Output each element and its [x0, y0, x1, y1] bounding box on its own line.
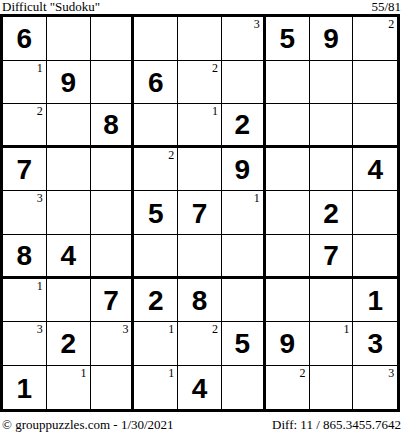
cell-r9c2[interactable]: 1 — [47, 366, 91, 410]
cell-r5c8[interactable]: 2 — [310, 191, 354, 235]
cell-r9c8[interactable] — [310, 366, 354, 410]
cell-r7c6[interactable] — [222, 279, 266, 323]
corner-mark: 3 — [388, 366, 394, 381]
cell-r3c8[interactable] — [310, 104, 354, 148]
given-digit: 7 — [323, 242, 339, 270]
given-digit: 4 — [60, 242, 76, 270]
corner-mark: 2 — [212, 61, 218, 76]
cell-r9c7[interactable]: 2 — [266, 366, 310, 410]
given-digit: 2 — [148, 287, 164, 315]
cell-r7c9[interactable]: 1 — [353, 279, 397, 323]
cell-r3c3[interactable]: 8 — [91, 104, 135, 148]
cell-r6c1[interactable]: 8 — [3, 235, 47, 279]
given-digit: 6 — [17, 25, 33, 53]
given-digit: 9 — [60, 69, 76, 97]
footer: © grouppuzzles.com - 1/30/2021 Diff: 11 … — [0, 418, 403, 432]
corner-mark: 1 — [343, 322, 349, 337]
cell-r5c6[interactable]: 1 — [222, 191, 266, 235]
cell-r8c7[interactable]: 9 — [266, 322, 310, 366]
progress-counter: 55/81 — [371, 0, 401, 13]
cell-r4c6[interactable]: 9 — [222, 148, 266, 192]
corner-mark: 3 — [37, 322, 43, 337]
cell-r5c1[interactable]: 3 — [3, 191, 47, 235]
cell-r6c7[interactable] — [266, 235, 310, 279]
cell-r4c2[interactable] — [47, 148, 91, 192]
sudoku-page: Difficult "Sudoku" 55/81 635921962281272… — [0, 0, 403, 437]
cell-r6c6[interactable] — [222, 235, 266, 279]
corner-mark: 3 — [37, 191, 43, 206]
cell-r9c5[interactable]: 4 — [178, 366, 222, 410]
corner-mark: 1 — [168, 322, 174, 337]
corner-mark: 1 — [37, 61, 43, 76]
cell-r4c9[interactable]: 4 — [353, 148, 397, 192]
corner-mark: 2 — [300, 366, 306, 381]
cell-r1c7[interactable]: 5 — [266, 17, 310, 61]
cell-r6c8[interactable]: 7 — [310, 235, 354, 279]
sudoku-board: 6359219622812729435712847172813231259131… — [0, 14, 400, 412]
cell-r6c9[interactable] — [353, 235, 397, 279]
corner-mark: 2 — [388, 17, 394, 32]
cell-r5c3[interactable] — [91, 191, 135, 235]
cell-r2c1[interactable]: 1 — [3, 61, 47, 105]
cell-r2c9[interactable] — [353, 61, 397, 105]
cell-r8c5[interactable]: 2 — [178, 322, 222, 366]
cell-r1c4[interactable] — [134, 17, 178, 61]
corner-mark: 2 — [168, 148, 174, 163]
given-digit: 5 — [279, 25, 295, 53]
corner-mark: 1 — [81, 366, 87, 381]
cell-r3c2[interactable] — [47, 104, 91, 148]
cell-r8c2[interactable]: 2 — [47, 322, 91, 366]
cell-r8c3[interactable]: 3 — [91, 322, 135, 366]
cell-r5c7[interactable] — [266, 191, 310, 235]
cell-r2c7[interactable] — [266, 61, 310, 105]
cell-r1c3[interactable] — [91, 17, 135, 61]
given-digit: 4 — [367, 156, 383, 184]
cell-r2c5[interactable]: 2 — [178, 61, 222, 105]
cell-r3c4[interactable] — [134, 104, 178, 148]
cell-r1c2[interactable] — [47, 17, 91, 61]
given-digit: 5 — [235, 330, 251, 358]
cell-r4c5[interactable] — [178, 148, 222, 192]
cell-r9c6[interactable] — [222, 366, 266, 410]
cell-r5c2[interactable] — [47, 191, 91, 235]
cell-r3c5[interactable]: 1 — [178, 104, 222, 148]
cell-r4c4[interactable]: 2 — [134, 148, 178, 192]
given-digit: 8 — [17, 242, 33, 270]
cell-r2c4[interactable]: 6 — [134, 61, 178, 105]
cell-r6c4[interactable] — [134, 235, 178, 279]
cell-r6c2[interactable]: 4 — [47, 235, 91, 279]
cell-r3c6[interactable]: 2 — [222, 104, 266, 148]
cell-r7c5[interactable]: 8 — [178, 279, 222, 323]
cell-r7c4[interactable]: 2 — [134, 279, 178, 323]
cell-r6c5[interactable] — [178, 235, 222, 279]
cell-r5c4[interactable]: 5 — [134, 191, 178, 235]
given-digit: 4 — [192, 375, 208, 403]
cell-r5c9[interactable] — [353, 191, 397, 235]
given-digit: 1 — [367, 287, 383, 315]
given-digit: 9 — [235, 156, 251, 184]
cell-r4c7[interactable] — [266, 148, 310, 192]
page-title: Difficult "Sudoku" — [2, 0, 100, 13]
corner-mark: 3 — [254, 17, 260, 32]
cell-r1c1[interactable]: 6 — [3, 17, 47, 61]
given-digit: 2 — [323, 200, 339, 228]
cell-r8c9[interactable]: 3 — [353, 322, 397, 366]
cell-r1c6[interactable]: 3 — [222, 17, 266, 61]
cell-r7c8[interactable] — [310, 279, 354, 323]
given-digit: 1 — [17, 375, 33, 403]
cell-r7c2[interactable] — [47, 279, 91, 323]
given-digit: 2 — [235, 111, 251, 139]
cell-r5c5[interactable]: 7 — [178, 191, 222, 235]
cell-r9c3[interactable] — [91, 366, 135, 410]
cell-r9c1[interactable]: 1 — [3, 366, 47, 410]
given-digit: 7 — [192, 200, 208, 228]
cell-r4c8[interactable] — [310, 148, 354, 192]
cell-r7c7[interactable] — [266, 279, 310, 323]
corner-mark: 3 — [122, 322, 128, 337]
cell-r1c5[interactable] — [178, 17, 222, 61]
cell-r7c1[interactable]: 1 — [3, 279, 47, 323]
cell-r8c1[interactable]: 3 — [3, 322, 47, 366]
given-digit: 8 — [103, 111, 119, 139]
corner-mark: 1 — [212, 104, 218, 119]
corner-mark: 1 — [168, 366, 174, 381]
header: Difficult "Sudoku" 55/81 — [0, 0, 403, 14]
cell-r3c7[interactable] — [266, 104, 310, 148]
difficulty-id: Diff: 11 / 865.3455.7642 — [272, 418, 401, 432]
cell-r2c8[interactable] — [310, 61, 354, 105]
cell-r3c1[interactable]: 2 — [3, 104, 47, 148]
given-digit: 9 — [279, 330, 295, 358]
cell-r1c9[interactable]: 2 — [353, 17, 397, 61]
cell-r9c4[interactable]: 1 — [134, 366, 178, 410]
cell-r7c3[interactable]: 7 — [91, 279, 135, 323]
given-digit: 2 — [60, 330, 76, 358]
cell-r1c8[interactable]: 9 — [310, 17, 354, 61]
copyright-date: © grouppuzzles.com - 1/30/2021 — [2, 418, 174, 432]
cell-r2c2[interactable]: 9 — [47, 61, 91, 105]
corner-mark: 1 — [254, 191, 260, 206]
cell-r2c3[interactable] — [91, 61, 135, 105]
cell-r2c6[interactable] — [222, 61, 266, 105]
cell-r3c9[interactable] — [353, 104, 397, 148]
cell-r8c6[interactable]: 5 — [222, 322, 266, 366]
cell-r4c3[interactable] — [91, 148, 135, 192]
corner-mark: 2 — [37, 104, 43, 119]
given-digit: 7 — [103, 287, 119, 315]
given-digit: 6 — [148, 69, 164, 97]
corner-mark: 2 — [212, 322, 218, 337]
given-digit: 7 — [17, 156, 33, 184]
cell-r6c3[interactable] — [91, 235, 135, 279]
corner-mark: 1 — [37, 279, 43, 294]
cell-r8c8[interactable]: 1 — [310, 322, 354, 366]
given-digit: 8 — [192, 287, 208, 315]
given-digit: 9 — [323, 25, 339, 53]
cell-r4c1[interactable]: 7 — [3, 148, 47, 192]
given-digit: 3 — [367, 330, 383, 358]
cell-r8c4[interactable]: 1 — [134, 322, 178, 366]
given-digit: 5 — [148, 200, 164, 228]
cell-r9c9[interactable]: 3 — [353, 366, 397, 410]
